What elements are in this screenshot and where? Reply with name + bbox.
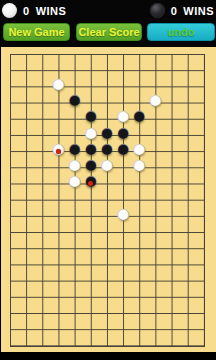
black-stone-icon	[150, 3, 165, 18]
clear-score-button[interactable]: Clear Score	[76, 23, 142, 41]
white-stone-icon	[2, 3, 17, 18]
white-score: 0 WINS	[2, 0, 66, 21]
board-grid	[10, 54, 205, 347]
app-screen: 0 WINS 0 WINS New Game Clear Score undo …	[0, 0, 216, 360]
black-score: 0 WINS	[150, 0, 214, 21]
new-game-button[interactable]: New Game	[3, 23, 70, 41]
game-board[interactable]: ●●●●●●●●●●●●●●●●●●●●●●	[0, 47, 216, 352]
undo-button[interactable]: undo	[147, 23, 215, 41]
black-score-label: WINS	[183, 5, 214, 17]
bottom-bar	[0, 352, 216, 360]
black-score-value: 0	[171, 5, 178, 17]
screen-left-edge	[0, 0, 1, 360]
header-bar: 0 WINS 0 WINS New Game Clear Score undo	[0, 0, 216, 47]
white-score-value: 0	[23, 5, 30, 17]
white-score-label: WINS	[36, 5, 67, 17]
